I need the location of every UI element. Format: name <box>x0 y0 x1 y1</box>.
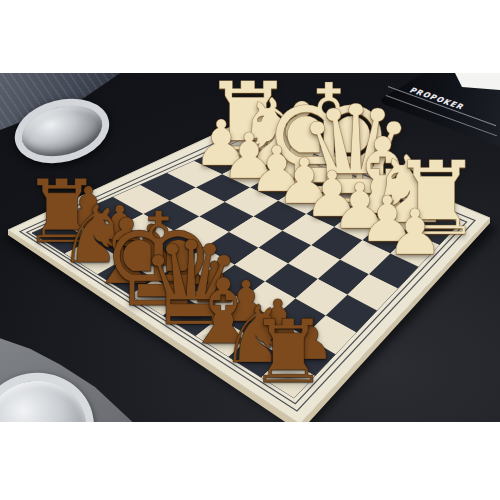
screenshot-canvas: PROPOKER ♜♞♟♝♟♚♟♛♟♝♟♞♟♟♜♟♜♟♟♞♟♝♟♚♟♛♟♟♝♟♞… <box>0 0 500 500</box>
pieces-layer: ♜♞♟♝♟♚♟♛♟♝♟♞♟♟♜♟♜♟♟♞♟♝♟♚♟♛♟♟♝♟♞♜ <box>0 73 500 422</box>
photo-chess-scene: PROPOKER ♜♞♟♝♟♚♟♛♟♝♟♞♟♟♜♟♜♟♟♞♟♝♟♚♟♛♟♟♝♟♞… <box>0 73 500 422</box>
piece-white-pawn-a2[interactable]: ♟ <box>387 200 443 263</box>
piece-black-rook-a8[interactable]: ♜ <box>249 309 327 397</box>
